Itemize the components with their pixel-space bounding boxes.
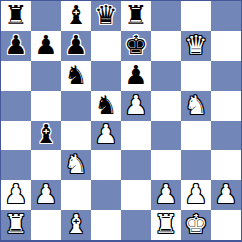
square-d7[interactable] bbox=[91, 31, 121, 61]
square-h4[interactable] bbox=[211, 121, 241, 151]
white-pawn[interactable]: ♟ bbox=[94, 121, 117, 147]
white-pawn[interactable]: ♟ bbox=[124, 92, 147, 118]
square-d1[interactable] bbox=[91, 210, 121, 240]
square-c1[interactable]: ♝ bbox=[61, 210, 91, 240]
square-e8[interactable]: ♜ bbox=[121, 1, 151, 31]
white-pawn[interactable]: ♟ bbox=[214, 181, 237, 207]
square-h7[interactable] bbox=[211, 31, 241, 61]
square-e6[interactable]: ♟ bbox=[121, 61, 151, 91]
square-e7[interactable]: ♚ bbox=[121, 31, 151, 61]
square-e2[interactable] bbox=[121, 180, 151, 210]
square-b5[interactable] bbox=[31, 91, 61, 121]
white-rook[interactable]: ♜ bbox=[4, 211, 27, 237]
square-c4[interactable] bbox=[61, 121, 91, 151]
square-e1[interactable] bbox=[121, 210, 151, 240]
square-f6[interactable] bbox=[151, 61, 181, 91]
square-g1[interactable]: ♚ bbox=[181, 210, 211, 240]
white-pawn[interactable]: ♟ bbox=[154, 181, 177, 207]
square-f3[interactable] bbox=[151, 150, 181, 180]
square-h6[interactable] bbox=[211, 61, 241, 91]
square-c8[interactable]: ♝ bbox=[61, 1, 91, 31]
square-f4[interactable] bbox=[151, 121, 181, 151]
square-b8[interactable] bbox=[31, 1, 61, 31]
square-d3[interactable] bbox=[91, 150, 121, 180]
square-f5[interactable] bbox=[151, 91, 181, 121]
square-a6[interactable] bbox=[1, 61, 31, 91]
square-c6[interactable]: ♞ bbox=[61, 61, 91, 91]
square-c3[interactable]: ♞ bbox=[61, 150, 91, 180]
square-g8[interactable] bbox=[181, 1, 211, 31]
square-d8[interactable]: ♛ bbox=[91, 1, 121, 31]
square-g5[interactable]: ♞ bbox=[181, 91, 211, 121]
square-c5[interactable] bbox=[61, 91, 91, 121]
white-pawn[interactable]: ♟ bbox=[4, 181, 27, 207]
square-g3[interactable] bbox=[181, 150, 211, 180]
square-a2[interactable]: ♟ bbox=[1, 180, 31, 210]
white-knight[interactable]: ♞ bbox=[184, 92, 207, 118]
white-pawn[interactable]: ♟ bbox=[184, 181, 207, 207]
square-b2[interactable]: ♟ bbox=[31, 180, 61, 210]
square-e5[interactable]: ♟ bbox=[121, 91, 151, 121]
square-a8[interactable]: ♜ bbox=[1, 1, 31, 31]
square-d5[interactable]: ♞ bbox=[91, 91, 121, 121]
square-b6[interactable] bbox=[31, 61, 61, 91]
white-rook[interactable]: ♜ bbox=[154, 211, 177, 237]
square-h8[interactable] bbox=[211, 1, 241, 31]
black-pawn[interactable]: ♟ bbox=[64, 32, 87, 58]
square-a7[interactable]: ♟ bbox=[1, 31, 31, 61]
white-king[interactable]: ♚ bbox=[184, 211, 207, 237]
chess-board: ♜♝♛♜♟♟♟♚♛♞♟♞♟♞♝♟♞♟♟♟♟♟♜♝♜♚ bbox=[0, 0, 242, 242]
square-e3[interactable] bbox=[121, 150, 151, 180]
square-f8[interactable] bbox=[151, 1, 181, 31]
square-b1[interactable] bbox=[31, 210, 61, 240]
square-b4[interactable]: ♝ bbox=[31, 121, 61, 151]
square-b3[interactable] bbox=[31, 150, 61, 180]
square-g4[interactable] bbox=[181, 121, 211, 151]
square-d6[interactable] bbox=[91, 61, 121, 91]
square-f2[interactable]: ♟ bbox=[151, 180, 181, 210]
black-pawn[interactable]: ♟ bbox=[4, 32, 27, 58]
black-king[interactable]: ♚ bbox=[124, 32, 147, 58]
black-rook[interactable]: ♜ bbox=[124, 2, 147, 28]
white-knight[interactable]: ♞ bbox=[64, 151, 87, 177]
square-h1[interactable] bbox=[211, 210, 241, 240]
black-knight[interactable]: ♞ bbox=[94, 92, 117, 118]
black-bishop[interactable]: ♝ bbox=[64, 2, 87, 28]
black-bishop[interactable]: ♝ bbox=[34, 121, 57, 147]
white-queen[interactable]: ♛ bbox=[184, 32, 207, 58]
square-h2[interactable]: ♟ bbox=[211, 180, 241, 210]
square-a5[interactable] bbox=[1, 91, 31, 121]
black-rook[interactable]: ♜ bbox=[4, 2, 27, 28]
black-queen[interactable]: ♛ bbox=[94, 2, 117, 28]
chess-board-screenshot: ♜♝♛♜♟♟♟♚♛♞♟♞♟♞♝♟♞♟♟♟♟♟♜♝♜♚ bbox=[0, 0, 242, 242]
black-knight[interactable]: ♞ bbox=[64, 62, 87, 88]
black-pawn[interactable]: ♟ bbox=[34, 32, 57, 58]
square-g6[interactable] bbox=[181, 61, 211, 91]
square-g7[interactable]: ♛ bbox=[181, 31, 211, 61]
square-g2[interactable]: ♟ bbox=[181, 180, 211, 210]
square-d2[interactable] bbox=[91, 180, 121, 210]
white-pawn[interactable]: ♟ bbox=[34, 181, 57, 207]
square-c2[interactable] bbox=[61, 180, 91, 210]
square-h5[interactable] bbox=[211, 91, 241, 121]
square-b7[interactable]: ♟ bbox=[31, 31, 61, 61]
square-d4[interactable]: ♟ bbox=[91, 121, 121, 151]
square-a4[interactable] bbox=[1, 121, 31, 151]
white-bishop[interactable]: ♝ bbox=[64, 211, 87, 237]
black-pawn[interactable]: ♟ bbox=[124, 62, 147, 88]
square-a3[interactable] bbox=[1, 150, 31, 180]
square-e4[interactable] bbox=[121, 121, 151, 151]
square-h3[interactable] bbox=[211, 150, 241, 180]
square-a1[interactable]: ♜ bbox=[1, 210, 31, 240]
square-f7[interactable] bbox=[151, 31, 181, 61]
square-c7[interactable]: ♟ bbox=[61, 31, 91, 61]
square-f1[interactable]: ♜ bbox=[151, 210, 181, 240]
